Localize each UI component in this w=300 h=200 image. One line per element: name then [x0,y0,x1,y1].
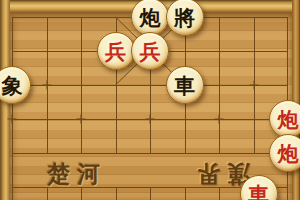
grid-cell [219,119,254,153]
grid-stub [116,188,151,200]
grid-cell [254,51,289,85]
grid-cell [12,119,47,153]
position-marker [249,81,258,90]
grid-cell [150,153,185,188]
piece-glyph: 炮 [140,7,161,28]
grid-cell [116,153,151,188]
grid-cell [185,119,220,153]
grid-cell [219,85,254,119]
grid-cell [47,119,82,153]
grid-stub [185,188,220,200]
piece-glyph: 兵 [105,41,126,62]
grid-cell [81,85,116,119]
piece-red-cannon[interactable]: 炮 [269,100,300,138]
grid-cell [47,17,82,51]
grid-cell [150,119,185,153]
piece-red-cannon[interactable]: 炮 [269,134,300,172]
grid-cell [12,153,47,188]
position-marker [42,81,51,90]
grid-stub [150,188,185,200]
grid-cell [254,17,289,51]
piece-red-soldier[interactable]: 兵 [131,32,169,70]
position-marker [215,115,224,124]
grid-cell [47,51,82,85]
piece-glyph: 兵 [140,41,161,62]
grid-cell [81,119,116,153]
grid-cell [12,17,47,51]
piece-glyph: 炮 [278,143,299,164]
piece-glyph: 車 [174,75,195,96]
position-marker [8,115,17,124]
grid-stub [12,188,47,200]
piece-glyph: 炮 [278,109,299,130]
piece-glyph: 車 [248,184,269,200]
grid-cell [219,17,254,51]
position-marker [146,115,155,124]
xiangqi-board-app: 楚河 漢界 炮將兵兵象車炮炮車 [0,0,300,200]
position-marker [77,115,86,124]
piece-glyph: 將 [174,7,195,28]
piece-glyph: 象 [2,75,23,96]
piece-black-chariot[interactable]: 車 [166,66,204,104]
piece-red-soldier[interactable]: 兵 [97,32,135,70]
grid-cell [116,119,151,153]
river-label-chu-he: 楚河 [47,159,107,190]
